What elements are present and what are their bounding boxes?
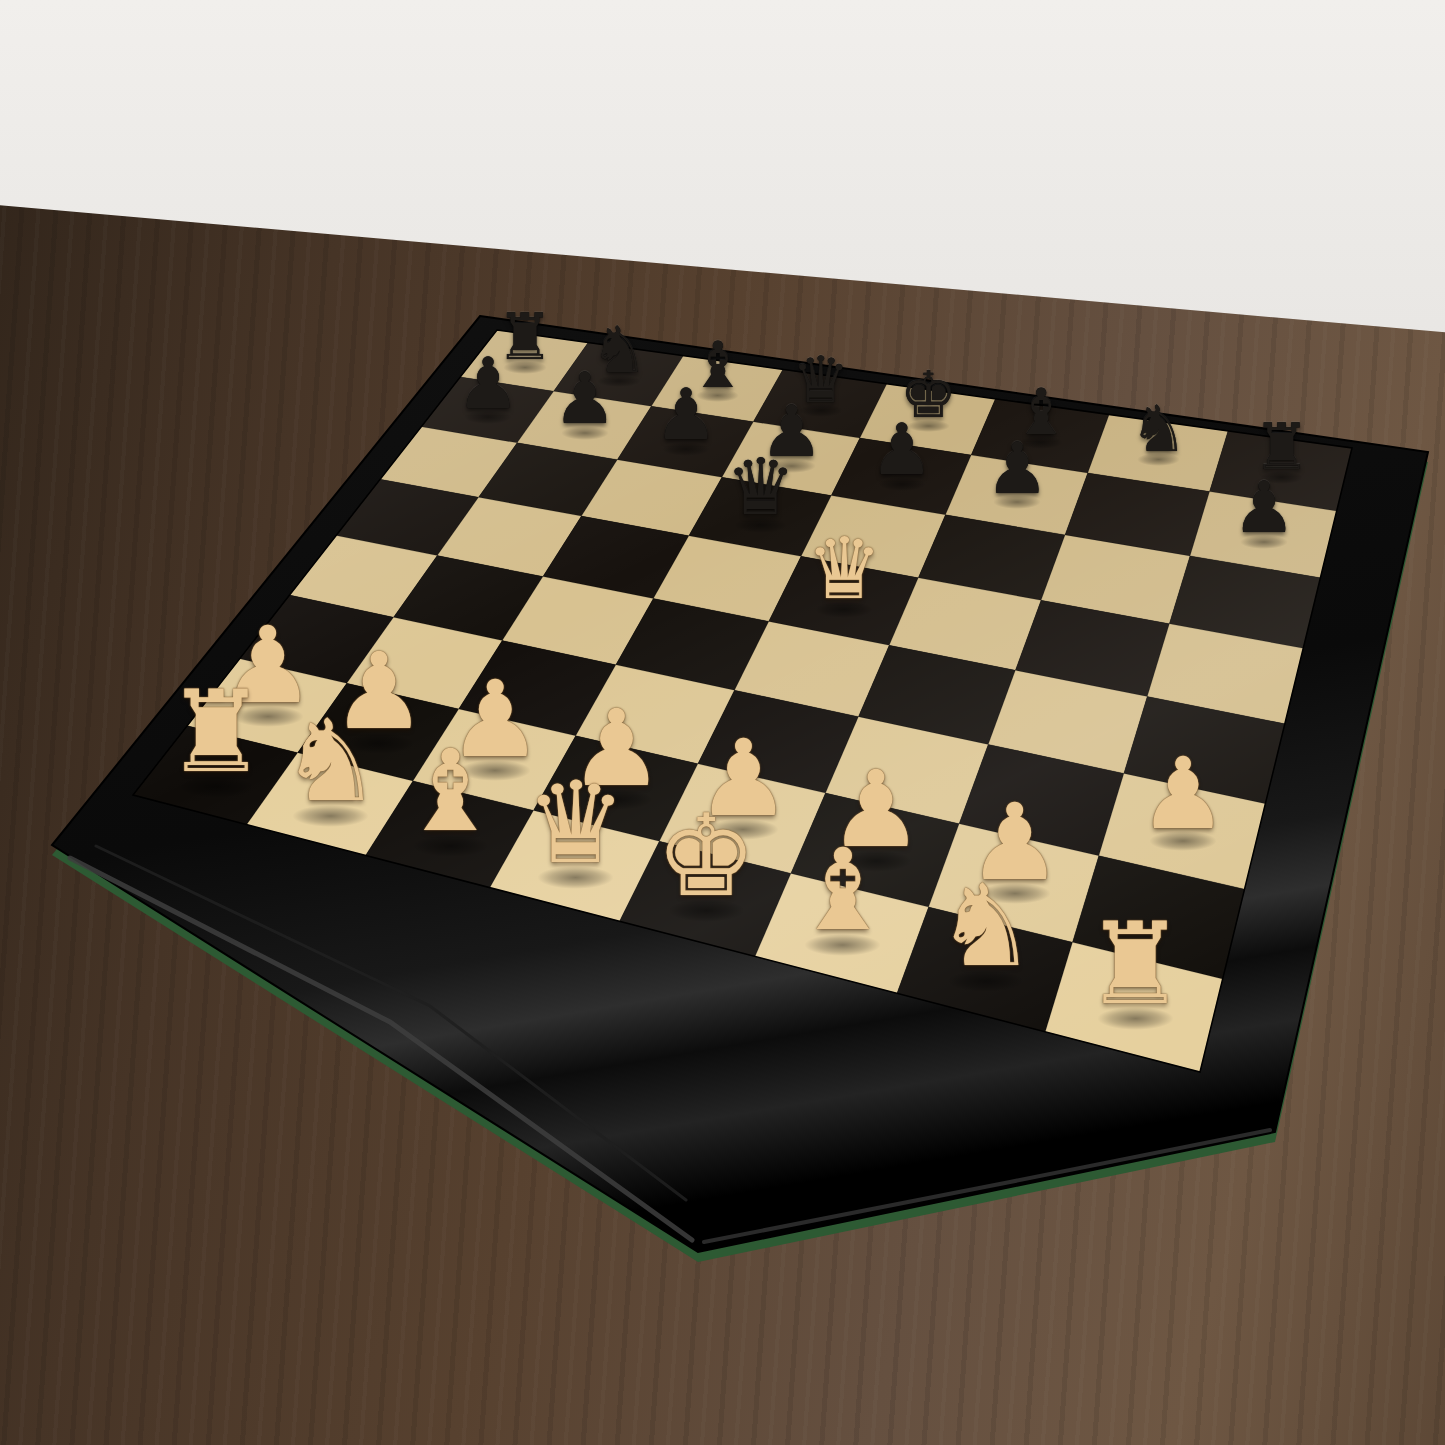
chess-photo-scene: ♜♞♝♛♟♚♟♝♟♞♟♜♟♟♛♟♛♟♟♟♜♟♞♟♟♝♟♛♟♚♝♞♜	[0, 0, 1445, 1445]
piece-white-queen-e5: ♛	[806, 526, 882, 611]
piece-white-king-e1: ♚	[656, 800, 757, 913]
piece-black-pawn-h7: ♟	[1232, 472, 1296, 543]
piece-white-knight-b1: ♞	[280, 705, 381, 818]
piece-black-pawn-f7: ♟	[986, 433, 1050, 504]
piece-white-rook-h1: ♜	[1084, 908, 1185, 1021]
piece-black-pawn-e7: ♟	[870, 414, 934, 485]
piece-white-knight-g1: ♞	[935, 870, 1036, 983]
piece-white-rook-a1: ♜	[165, 676, 266, 789]
piece-white-pawn-h3: ♟	[1139, 744, 1228, 843]
piece-white-bishop-f1: ♝	[792, 834, 893, 947]
piece-black-pawn-a7: ♟	[456, 348, 520, 419]
piece-black-queen-d6: ♛	[726, 448, 796, 526]
piece-black-knight-g8: ♞	[1130, 397, 1187, 461]
piece-black-pawn-b7: ♟	[553, 363, 617, 434]
piece-white-bishop-c1: ♝	[400, 735, 501, 848]
piece-white-queen-d1: ♛	[525, 767, 626, 880]
piece-black-pawn-c7: ♟	[654, 379, 718, 450]
pieces-layer: ♜♞♝♛♟♚♟♝♟♞♟♜♟♟♛♟♛♟♟♟♜♟♞♟♟♝♟♛♟♚♝♞♜	[0, 0, 1445, 1445]
